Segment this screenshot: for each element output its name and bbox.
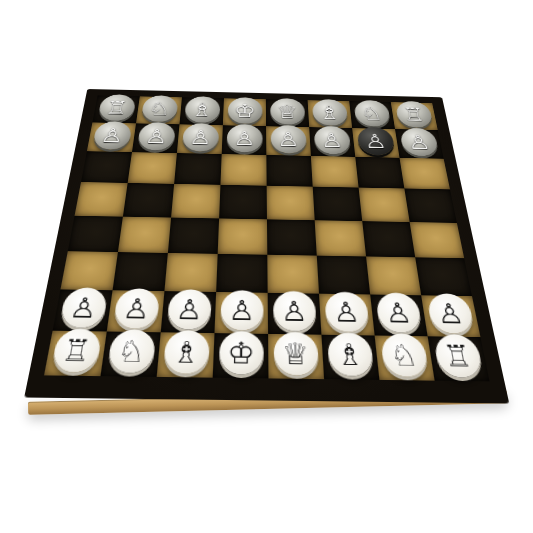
square-e3[interactable] [216,254,268,293]
square-g2[interactable]: ♙ [107,290,165,332]
piece-white-bishop[interactable]: ♗ [326,332,374,376]
square-b5[interactable] [359,188,410,222]
square-g6[interactable] [128,152,177,184]
square-h5[interactable] [75,182,128,216]
square-g4[interactable] [118,216,171,252]
square-f7[interactable]: ♙ [177,124,223,154]
square-h6[interactable] [81,151,132,183]
piece-white-pawn[interactable]: ♙ [166,289,211,330]
square-b4[interactable] [362,221,415,257]
square-c8[interactable]: ♗ [308,100,353,128]
piece-black-pawn[interactable]: ♙ [270,125,306,154]
piece-black-pawn[interactable]: ♙ [181,123,219,152]
square-g8[interactable]: ♘ [136,96,182,124]
square-b3[interactable] [366,256,421,295]
square-c3[interactable] [317,255,370,294]
square-c2[interactable]: ♙ [319,293,375,335]
square-b1[interactable]: ♘ [375,335,435,380]
square-f8[interactable]: ♗ [179,97,223,125]
piece-white-knight[interactable]: ♘ [379,333,429,377]
piece-white-pawn[interactable]: ♙ [272,291,316,332]
square-e8[interactable]: ♔ [223,98,266,126]
square-a6[interactable] [400,158,450,190]
square-e1[interactable]: ♔ [213,333,269,378]
piece-black-pawn[interactable]: ♙ [399,128,439,157]
square-c7[interactable]: ♙ [309,127,355,157]
square-f4[interactable] [168,217,219,253]
square-h2[interactable]: ♙ [53,289,113,331]
piece-white-pawn[interactable]: ♙ [220,290,263,331]
piece-white-pawn[interactable]: ♙ [58,287,108,328]
square-c6[interactable] [311,156,359,188]
piece-black-pawn[interactable]: ♙ [313,126,351,155]
square-e6[interactable] [220,154,266,186]
square-f3[interactable] [164,253,217,292]
square-b2[interactable]: ♙ [370,294,427,336]
square-b8[interactable]: ♘ [349,101,395,129]
square-c4[interactable] [315,220,366,256]
square-a1[interactable]: ♖ [428,336,490,381]
piece-black-king[interactable]: ♔ [227,97,262,124]
square-g7[interactable]: ♙ [132,123,180,153]
square-e4[interactable] [218,218,268,254]
square-h4[interactable] [68,215,123,251]
photo-stage: ♖♘♗♔♕♗♘♖♙♙♙♙♙♙♙♙♙♙♙♙♙♙♙♙♖♘♗♔♕♗♘♖ [0,0,533,533]
square-a5[interactable] [404,189,456,223]
square-f5[interactable] [171,184,220,218]
piece-white-knight[interactable]: ♘ [106,329,156,373]
square-e7[interactable]: ♙ [222,125,267,155]
square-d8[interactable]: ♕ [266,99,309,127]
piece-white-king[interactable]: ♔ [218,331,263,375]
chess-board: ♖♘♗♔♕♗♘♖♙♙♙♙♙♙♙♙♙♙♙♙♙♙♙♙♖♘♗♔♕♗♘♖ [24,89,509,404]
square-d4[interactable] [267,219,317,255]
square-g5[interactable] [123,183,174,217]
square-a2[interactable]: ♙ [421,295,480,337]
piece-white-pawn[interactable]: ♙ [112,288,160,329]
square-f1[interactable]: ♗ [157,332,215,377]
square-h7[interactable]: ♙ [87,123,136,153]
square-a3[interactable] [415,257,472,296]
square-a7[interactable]: ♙ [395,129,444,159]
piece-white-queen[interactable]: ♕ [273,332,319,376]
square-e2[interactable]: ♙ [214,292,268,334]
piece-white-pawn[interactable]: ♙ [324,291,370,332]
piece-black-rook[interactable]: ♖ [97,94,136,121]
piece-black-pawn[interactable]: ♙ [356,127,395,156]
square-h8[interactable]: ♖ [92,95,139,123]
piece-white-rook[interactable]: ♖ [432,334,484,378]
square-c5[interactable] [313,187,362,221]
square-g3[interactable] [113,252,168,291]
piece-black-knight[interactable]: ♘ [140,95,178,122]
square-d5[interactable] [267,186,315,220]
square-d3[interactable] [267,254,319,293]
piece-white-pawn[interactable]: ♙ [426,293,475,334]
square-d7[interactable]: ♙ [266,126,311,156]
square-a8[interactable]: ♖ [391,102,438,130]
square-f6[interactable] [174,153,222,185]
square-a4[interactable] [410,222,465,258]
square-e5[interactable] [219,185,267,219]
square-f2[interactable]: ♙ [161,291,216,333]
piece-white-pawn[interactable]: ♙ [375,292,422,333]
piece-black-bishop[interactable]: ♗ [184,96,220,123]
square-d2[interactable]: ♙ [268,293,322,335]
piece-black-knight[interactable]: ♘ [353,100,391,127]
square-d6[interactable] [266,155,312,187]
square-h1[interactable]: ♖ [44,331,107,377]
piece-black-pawn[interactable]: ♙ [136,122,175,151]
piece-black-pawn[interactable]: ♙ [226,124,262,153]
square-c1[interactable]: ♗ [321,335,379,380]
square-d1[interactable]: ♕ [268,334,324,379]
square-b6[interactable] [355,157,404,189]
piece-white-bishop[interactable]: ♗ [162,330,209,374]
square-b7[interactable]: ♙ [352,128,399,158]
piece-black-bishop[interactable]: ♗ [311,99,348,126]
piece-black-rook[interactable]: ♖ [394,101,433,128]
piece-white-rook[interactable]: ♖ [50,328,102,372]
piece-black-queen[interactable]: ♕ [270,98,305,125]
square-g1[interactable]: ♘ [100,331,160,377]
square-h3[interactable] [61,251,118,290]
piece-black-pawn[interactable]: ♙ [92,121,133,150]
